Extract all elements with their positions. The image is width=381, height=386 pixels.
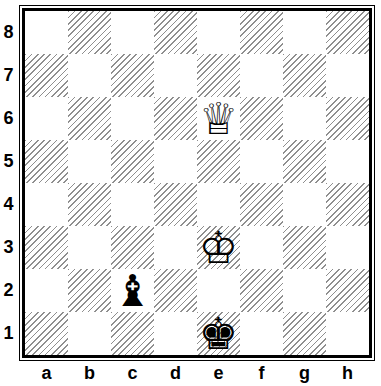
file-label-g: g <box>283 362 326 385</box>
file-labels: abcdefgh <box>25 362 369 385</box>
square-g3[interactable] <box>283 226 326 269</box>
square-e3[interactable]: ♔ <box>197 226 240 269</box>
square-f3[interactable] <box>240 226 283 269</box>
square-c7[interactable] <box>111 54 154 97</box>
board-inner-border: ♕♔♝♚ <box>22 8 372 358</box>
square-g8[interactable] <box>283 11 326 54</box>
square-c3[interactable] <box>111 226 154 269</box>
square-a6[interactable] <box>25 97 68 140</box>
square-c8[interactable] <box>111 11 154 54</box>
square-g5[interactable] <box>283 140 326 183</box>
rank-label-6: 6 <box>0 97 17 140</box>
square-b3[interactable] <box>68 226 111 269</box>
square-f1[interactable] <box>240 312 283 355</box>
square-a2[interactable] <box>25 269 68 312</box>
square-g1[interactable] <box>283 312 326 355</box>
square-d6[interactable] <box>154 97 197 140</box>
rank-label-2: 2 <box>0 269 17 312</box>
square-e5[interactable] <box>197 140 240 183</box>
black-bishop[interactable]: ♝ <box>113 269 152 312</box>
square-e7[interactable] <box>197 54 240 97</box>
rank-label-1: 1 <box>0 312 17 355</box>
black-king[interactable]: ♚ <box>199 312 238 355</box>
square-c4[interactable] <box>111 183 154 226</box>
file-label-h: h <box>326 362 369 385</box>
square-h7[interactable] <box>326 54 369 97</box>
file-label-c: c <box>111 362 154 385</box>
square-d1[interactable] <box>154 312 197 355</box>
square-b7[interactable] <box>68 54 111 97</box>
square-e4[interactable] <box>197 183 240 226</box>
square-e8[interactable] <box>197 11 240 54</box>
file-label-d: d <box>154 362 197 385</box>
rank-label-4: 4 <box>0 183 17 226</box>
square-d4[interactable] <box>154 183 197 226</box>
square-d5[interactable] <box>154 140 197 183</box>
square-b6[interactable] <box>68 97 111 140</box>
square-a1[interactable] <box>25 312 68 355</box>
file-label-a: a <box>25 362 68 385</box>
rank-label-3: 3 <box>0 226 17 269</box>
chess-board: ♕♔♝♚ <box>19 5 375 361</box>
file-label-e: e <box>197 362 240 385</box>
rank-label-5: 5 <box>0 140 17 183</box>
file-label-f: f <box>240 362 283 385</box>
square-d2[interactable] <box>154 269 197 312</box>
square-a5[interactable] <box>25 140 68 183</box>
square-d8[interactable] <box>154 11 197 54</box>
square-a3[interactable] <box>25 226 68 269</box>
square-f5[interactable] <box>240 140 283 183</box>
square-b2[interactable] <box>68 269 111 312</box>
square-b5[interactable] <box>68 140 111 183</box>
square-h8[interactable] <box>326 11 369 54</box>
square-h2[interactable] <box>326 269 369 312</box>
square-f7[interactable] <box>240 54 283 97</box>
rank-labels: 87654321 <box>0 11 17 355</box>
square-h3[interactable] <box>326 226 369 269</box>
square-c2[interactable]: ♝ <box>111 269 154 312</box>
square-f6[interactable] <box>240 97 283 140</box>
rank-label-8: 8 <box>0 11 17 54</box>
square-g6[interactable] <box>283 97 326 140</box>
square-d3[interactable] <box>154 226 197 269</box>
square-h5[interactable] <box>326 140 369 183</box>
square-g4[interactable] <box>283 183 326 226</box>
square-a7[interactable] <box>25 54 68 97</box>
square-c1[interactable] <box>111 312 154 355</box>
square-c5[interactable] <box>111 140 154 183</box>
square-h6[interactable] <box>326 97 369 140</box>
board-grid: ♕♔♝♚ <box>25 11 369 355</box>
square-a8[interactable] <box>25 11 68 54</box>
square-e2[interactable] <box>197 269 240 312</box>
square-g7[interactable] <box>283 54 326 97</box>
chess-diagram: 87654321 ♕♔♝♚ abcdefgh <box>0 0 381 386</box>
square-b8[interactable] <box>68 11 111 54</box>
square-b4[interactable] <box>68 183 111 226</box>
white-king[interactable]: ♔ <box>199 226 238 269</box>
white-queen[interactable]: ♕ <box>199 97 238 140</box>
square-f4[interactable] <box>240 183 283 226</box>
square-g2[interactable] <box>283 269 326 312</box>
square-a4[interactable] <box>25 183 68 226</box>
rank-label-7: 7 <box>0 54 17 97</box>
square-f2[interactable] <box>240 269 283 312</box>
square-h4[interactable] <box>326 183 369 226</box>
square-f8[interactable] <box>240 11 283 54</box>
square-e6[interactable]: ♕ <box>197 97 240 140</box>
square-h1[interactable] <box>326 312 369 355</box>
square-e1[interactable]: ♚ <box>197 312 240 355</box>
file-label-b: b <box>68 362 111 385</box>
square-d7[interactable] <box>154 54 197 97</box>
square-c6[interactable] <box>111 97 154 140</box>
square-b1[interactable] <box>68 312 111 355</box>
